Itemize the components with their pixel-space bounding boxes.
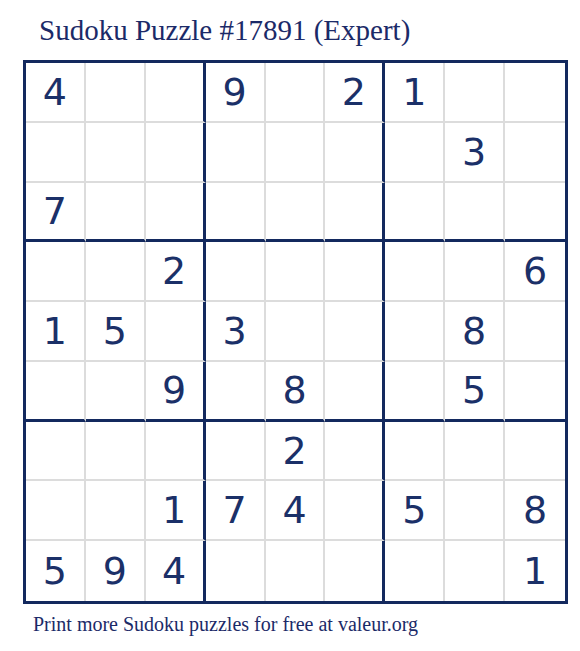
sudoku-cell	[505, 183, 565, 243]
sudoku-cell: 4	[26, 63, 86, 123]
sudoku-cell	[266, 183, 326, 243]
sudoku-cell	[385, 362, 445, 422]
sudoku-cell: 5	[86, 302, 146, 362]
page-title: Sudoku Puzzle #17891 (Expert)	[39, 16, 410, 45]
sudoku-cell	[266, 123, 326, 183]
sudoku-cell	[385, 183, 445, 243]
sudoku-cell	[385, 242, 445, 302]
sudoku-cell: 1	[385, 63, 445, 123]
sudoku-cell: 4	[266, 481, 326, 541]
sudoku-cell: 8	[266, 362, 326, 422]
sudoku-cell	[445, 541, 505, 601]
sudoku-cell	[206, 541, 266, 601]
sudoku-cell: 7	[26, 183, 86, 243]
sudoku-cell	[266, 242, 326, 302]
sudoku-cell: 1	[505, 541, 565, 601]
sudoku-cell	[86, 362, 146, 422]
sudoku-cell	[266, 541, 326, 601]
sudoku-cell	[325, 242, 385, 302]
sudoku-cell: 7	[206, 481, 266, 541]
sudoku-cell	[86, 63, 146, 123]
sudoku-cell: 4	[146, 541, 206, 601]
sudoku-cell	[206, 242, 266, 302]
sudoku-cell	[325, 481, 385, 541]
sudoku-cell: 3	[206, 302, 266, 362]
sudoku-grid: 4921372615389852174585941	[23, 60, 568, 604]
sudoku-cell	[26, 481, 86, 541]
sudoku-cell	[26, 362, 86, 422]
sudoku-cell: 8	[505, 481, 565, 541]
footer-text: Print more Sudoku puzzles for free at va…	[33, 614, 418, 634]
sudoku-cell	[146, 302, 206, 362]
sudoku-cell	[206, 183, 266, 243]
sudoku-cell: 9	[206, 63, 266, 123]
sudoku-cell	[505, 302, 565, 362]
sudoku-cell: 5	[385, 481, 445, 541]
sudoku-cell: 1	[146, 481, 206, 541]
sudoku-cell	[146, 183, 206, 243]
sudoku-cell	[445, 242, 505, 302]
sudoku-cell	[146, 422, 206, 482]
sudoku-cell: 1	[26, 302, 86, 362]
sudoku-cell: 2	[146, 242, 206, 302]
sudoku-cell	[325, 422, 385, 482]
sudoku-cell	[206, 123, 266, 183]
sudoku-cell	[206, 362, 266, 422]
sudoku-cell	[445, 422, 505, 482]
sudoku-cell	[86, 123, 146, 183]
sudoku-cell	[325, 302, 385, 362]
sudoku-cell	[26, 422, 86, 482]
sudoku-cell	[146, 123, 206, 183]
sudoku-cell	[26, 242, 86, 302]
sudoku-cell: 2	[325, 63, 385, 123]
sudoku-cell: 5	[26, 541, 86, 601]
sudoku-cell: 8	[445, 302, 505, 362]
sudoku-cell	[266, 302, 326, 362]
sudoku-cell: 9	[86, 541, 146, 601]
sudoku-cell: 3	[445, 123, 505, 183]
sudoku-cell	[86, 481, 146, 541]
sudoku-cell	[505, 422, 565, 482]
sudoku-cell	[505, 362, 565, 422]
sudoku-cell	[385, 302, 445, 362]
sudoku-cell	[86, 422, 146, 482]
sudoku-cell	[385, 123, 445, 183]
sudoku-cell	[505, 123, 565, 183]
sudoku-cell	[325, 541, 385, 601]
sudoku-cell	[445, 481, 505, 541]
sudoku-cell	[445, 63, 505, 123]
sudoku-cell	[325, 183, 385, 243]
sudoku-cell	[26, 123, 86, 183]
sudoku-cell: 5	[445, 362, 505, 422]
sudoku-cell	[325, 362, 385, 422]
sudoku-cell	[385, 422, 445, 482]
sudoku-cell	[206, 422, 266, 482]
sudoku-cell	[86, 183, 146, 243]
sudoku-cell	[505, 63, 565, 123]
sudoku-cell	[86, 242, 146, 302]
sudoku-cell: 2	[266, 422, 326, 482]
sudoku-cell	[146, 63, 206, 123]
sudoku-cell	[266, 63, 326, 123]
sudoku-cell: 9	[146, 362, 206, 422]
sudoku-cell	[325, 123, 385, 183]
sudoku-cell	[445, 183, 505, 243]
sudoku-cell: 6	[505, 242, 565, 302]
sudoku-cell	[385, 541, 445, 601]
